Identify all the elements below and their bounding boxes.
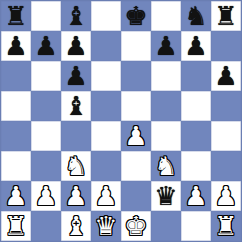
square-b4[interactable] (31, 121, 61, 151)
square-h5[interactable] (211, 91, 241, 121)
square-g8[interactable]: ♞ (181, 1, 211, 31)
square-b3[interactable] (31, 151, 61, 181)
square-a2[interactable]: ♟ (1, 181, 31, 211)
black-king[interactable]: ♚ (124, 1, 147, 31)
square-h1[interactable]: ♜ (211, 211, 241, 241)
square-a5[interactable] (1, 91, 31, 121)
square-c3[interactable]: ♞ (61, 151, 91, 181)
square-e3[interactable] (121, 151, 151, 181)
white-queen[interactable]: ♛ (94, 211, 117, 241)
square-e6[interactable] (121, 61, 151, 91)
black-pawn[interactable]: ♟ (4, 31, 27, 61)
black-pawn[interactable]: ♟ (154, 31, 177, 61)
black-knight[interactable]: ♞ (184, 1, 207, 31)
black-pawn[interactable]: ♟ (34, 31, 57, 61)
square-h4[interactable] (211, 121, 241, 151)
square-e5[interactable] (121, 91, 151, 121)
square-e2[interactable] (121, 181, 151, 211)
white-rook[interactable]: ♜ (214, 211, 237, 241)
square-c6[interactable]: ♟ (61, 61, 91, 91)
square-c2[interactable]: ♟ (61, 181, 91, 211)
square-e7[interactable] (121, 31, 151, 61)
square-f8[interactable] (151, 1, 181, 31)
square-d8[interactable] (91, 1, 121, 31)
square-c7[interactable]: ♟ (61, 31, 91, 61)
square-h8[interactable]: ♜ (211, 1, 241, 31)
square-f1[interactable] (151, 211, 181, 241)
square-c5[interactable]: ♝ (61, 91, 91, 121)
square-d4[interactable] (91, 121, 121, 151)
square-a1[interactable]: ♜ (1, 211, 31, 241)
square-d5[interactable] (91, 91, 121, 121)
white-knight[interactable]: ♞ (64, 151, 87, 181)
white-knight[interactable]: ♞ (154, 151, 177, 181)
square-b6[interactable] (31, 61, 61, 91)
square-c8[interactable]: ♝ (61, 1, 91, 31)
black-pawn[interactable]: ♟ (214, 61, 237, 91)
white-pawn[interactable]: ♟ (64, 181, 87, 211)
square-e1[interactable]: ♚ (121, 211, 151, 241)
square-g6[interactable] (181, 61, 211, 91)
black-pawn[interactable]: ♟ (184, 31, 207, 61)
square-c1[interactable]: ♝ (61, 211, 91, 241)
chess-board: ♜♝♚♞♜♟♟♟♟♟♟♟♝♟♞♞♟♟♟♟♛♟♟♜♝♛♚♜ (0, 0, 242, 242)
square-h6[interactable]: ♟ (211, 61, 241, 91)
white-pawn[interactable]: ♟ (34, 181, 57, 211)
square-d3[interactable] (91, 151, 121, 181)
square-e8[interactable]: ♚ (121, 1, 151, 31)
square-g3[interactable] (181, 151, 211, 181)
square-b1[interactable] (31, 211, 61, 241)
white-bishop[interactable]: ♝ (64, 211, 87, 241)
black-pawn[interactable]: ♟ (64, 31, 87, 61)
square-b7[interactable]: ♟ (31, 31, 61, 61)
square-g7[interactable]: ♟ (181, 31, 211, 61)
black-bishop[interactable]: ♝ (64, 1, 87, 31)
white-pawn[interactable]: ♟ (214, 181, 237, 211)
square-a8[interactable]: ♜ (1, 1, 31, 31)
square-b5[interactable] (31, 91, 61, 121)
square-a6[interactable] (1, 61, 31, 91)
square-b2[interactable]: ♟ (31, 181, 61, 211)
square-f2[interactable]: ♛ (151, 181, 181, 211)
white-rook[interactable]: ♜ (4, 211, 27, 241)
square-g2[interactable]: ♟ (181, 181, 211, 211)
square-h3[interactable] (211, 151, 241, 181)
square-d7[interactable] (91, 31, 121, 61)
square-a3[interactable] (1, 151, 31, 181)
square-e4[interactable]: ♟ (121, 121, 151, 151)
square-g5[interactable] (181, 91, 211, 121)
black-queen[interactable]: ♛ (154, 181, 177, 211)
square-d6[interactable] (91, 61, 121, 91)
square-g4[interactable] (181, 121, 211, 151)
square-a7[interactable]: ♟ (1, 31, 31, 61)
black-rook[interactable]: ♜ (214, 1, 237, 31)
square-f6[interactable] (151, 61, 181, 91)
white-pawn[interactable]: ♟ (4, 181, 27, 211)
white-pawn[interactable]: ♟ (124, 121, 147, 151)
square-h2[interactable]: ♟ (211, 181, 241, 211)
square-a4[interactable] (1, 121, 31, 151)
square-f4[interactable] (151, 121, 181, 151)
black-rook[interactable]: ♜ (4, 1, 27, 31)
square-f5[interactable] (151, 91, 181, 121)
white-pawn[interactable]: ♟ (184, 181, 207, 211)
black-pawn[interactable]: ♟ (64, 61, 87, 91)
square-b8[interactable] (31, 1, 61, 31)
square-h7[interactable] (211, 31, 241, 61)
black-bishop[interactable]: ♝ (64, 91, 87, 121)
square-d1[interactable]: ♛ (91, 211, 121, 241)
square-g1[interactable] (181, 211, 211, 241)
white-pawn[interactable]: ♟ (94, 181, 117, 211)
square-f7[interactable]: ♟ (151, 31, 181, 61)
white-king[interactable]: ♚ (124, 211, 147, 241)
square-f3[interactable]: ♞ (151, 151, 181, 181)
square-c4[interactable] (61, 121, 91, 151)
square-d2[interactable]: ♟ (91, 181, 121, 211)
